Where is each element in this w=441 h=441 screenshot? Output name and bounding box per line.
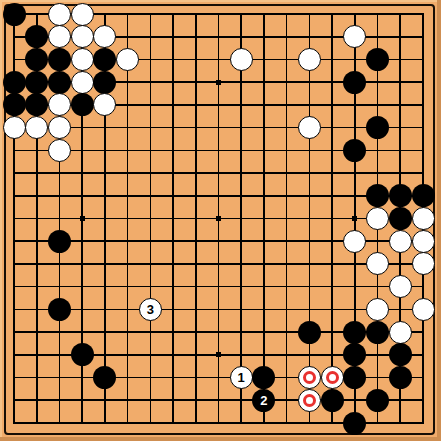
stone-white	[298, 366, 321, 389]
stone-black	[366, 116, 389, 139]
grid-line-horizontal	[13, 399, 424, 401]
stone-white	[48, 139, 71, 162]
stone-white	[389, 230, 412, 253]
go-board-diagram: 312	[0, 0, 441, 441]
grid-line-horizontal	[13, 309, 424, 311]
stone-white	[116, 48, 139, 71]
circle-marker	[303, 394, 316, 407]
move-3-stone-white: 3	[139, 298, 162, 321]
stone-black	[25, 48, 48, 71]
stone-white	[71, 3, 94, 26]
stone-black	[412, 184, 435, 207]
grid-line-horizontal	[13, 263, 424, 265]
stone-black	[389, 343, 412, 366]
grid-line-vertical	[331, 13, 333, 424]
stone-black	[389, 207, 412, 230]
grid-line-vertical	[240, 13, 242, 424]
circle-marker	[326, 371, 339, 384]
stone-black	[25, 71, 48, 94]
stone-white	[412, 230, 435, 253]
stone-white	[48, 116, 71, 139]
stone-white	[321, 366, 344, 389]
stone-black	[389, 184, 412, 207]
stone-black	[48, 230, 71, 253]
stone-black	[3, 3, 26, 26]
move-1-stone-white: 1	[230, 366, 253, 389]
stone-white	[71, 25, 94, 48]
stone-black	[343, 71, 366, 94]
stone-black	[71, 343, 94, 366]
stone-white	[366, 207, 389, 230]
stone-black	[366, 48, 389, 71]
grid-line-vertical	[263, 13, 265, 424]
stone-white	[343, 230, 366, 253]
star-point	[216, 216, 221, 221]
stone-black	[343, 139, 366, 162]
stone-white	[298, 116, 321, 139]
star-point	[80, 216, 85, 221]
stone-black	[3, 71, 26, 94]
stone-black	[366, 389, 389, 412]
grid-line-horizontal	[13, 286, 424, 288]
stone-black	[71, 93, 94, 116]
stone-white	[3, 116, 26, 139]
star-point	[216, 80, 221, 85]
stone-black	[343, 321, 366, 344]
stone-black	[3, 93, 26, 116]
stone-black	[48, 48, 71, 71]
stone-black	[366, 321, 389, 344]
stone-white	[298, 389, 321, 412]
stone-black	[298, 321, 321, 344]
grid-line-vertical	[286, 13, 288, 424]
stone-white	[412, 298, 435, 321]
stone-white	[366, 298, 389, 321]
stone-black	[48, 298, 71, 321]
stone-white	[389, 321, 412, 344]
stone-white	[48, 3, 71, 26]
stone-black	[48, 71, 71, 94]
stone-white	[71, 71, 94, 94]
stone-white	[48, 25, 71, 48]
stone-white	[298, 48, 321, 71]
grid-line-vertical	[309, 13, 311, 424]
stone-white	[71, 48, 94, 71]
stone-black	[389, 366, 412, 389]
star-point	[216, 352, 221, 357]
stone-white	[230, 48, 253, 71]
circle-marker	[303, 371, 316, 384]
stone-black	[93, 71, 116, 94]
star-point	[352, 216, 357, 221]
stone-white	[412, 252, 435, 275]
stone-black	[343, 412, 366, 435]
stone-white	[389, 275, 412, 298]
stone-black	[321, 389, 344, 412]
stone-white	[412, 207, 435, 230]
